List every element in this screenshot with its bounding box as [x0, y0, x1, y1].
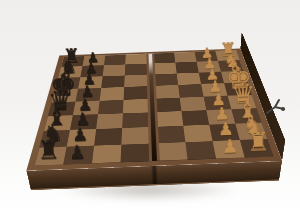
square-f3: [177, 73, 201, 85]
square-c8: ♝: [44, 115, 73, 131]
square-e7: ♟: [76, 88, 101, 102]
box-front-face: [26, 161, 282, 190]
square-b8: ♞: [40, 130, 70, 147]
square-a5: [120, 143, 148, 162]
piece-wP-h2: ♟: [200, 46, 213, 60]
square-e8: ♚: [52, 89, 78, 103]
square-f5: [124, 75, 147, 88]
square-f6: [101, 75, 125, 88]
board-tilt-wrapper: ♜♟♞♟♝♟♚♟♛♟♝♟♞♟♜♟ ♟♜♟♞♟♝♟♚♟♛♟♝♟♞♟♜: [0, 0, 300, 215]
square-b7: ♟: [67, 129, 96, 146]
square-b1: ♞: [236, 123, 268, 140]
square-e3: [178, 84, 203, 97]
square-e1: ♚: [224, 82, 251, 95]
square-e4: [156, 85, 181, 98]
square-c7: ♟: [70, 114, 98, 130]
square-b5: [121, 127, 148, 144]
square-f1: ♝: [221, 71, 247, 83]
square-e5: [123, 86, 147, 99]
square-c4: [157, 111, 184, 127]
chess-board: ♜♟♞♟♝♟♚♟♛♟♝♟♞♟♜♟ ♟♜♟♞♟♝♟♚♟♛♟♝♟♞♟♜: [26, 49, 282, 171]
square-a1: ♜: [240, 139, 273, 158]
square-c1: ♝: [231, 108, 261, 124]
square-b4: [158, 126, 186, 143]
square-c6: [96, 113, 123, 129]
square-f8: ♝: [55, 77, 80, 90]
square-d5: [123, 99, 148, 114]
square-a4: [159, 142, 188, 161]
square-a3: [186, 141, 217, 160]
piece-bR-h8: ♜: [63, 46, 81, 66]
square-d6: [98, 100, 124, 115]
square-c5: [122, 112, 148, 128]
square-e2: ♟: [201, 83, 227, 96]
square-f2: ♟: [199, 72, 224, 84]
square-a8: ♜: [35, 147, 67, 166]
fold-seam: ♜♟♞♟♝♟♚♟♛♟♝♟♞♟♜♟ ♟♜♟♞♟♝♟♚♟♛♟♝♟♞♟♜: [35, 50, 274, 165]
square-b6: [94, 128, 122, 145]
square-d7: ♟: [73, 101, 100, 116]
piece-bP-h7: ♟: [87, 50, 100, 64]
square-d3: [180, 97, 207, 111]
perspective-wrapper: ♜♟♞♟♝♟♚♟♛♟♝♟♞♟♜♟ ♟♜♟♞♟♝♟♚♟♛♟♝♟♞♟♜: [14, 0, 284, 171]
board-half-black: ♜♟♞♟♝♟♚♟♛♟♝♟♞♟♜♟: [35, 54, 152, 166]
square-e6: [99, 87, 123, 101]
square-f7: ♟: [78, 76, 102, 89]
square-f4: [155, 73, 179, 85]
piece-wR-h1: ♜: [219, 40, 237, 60]
clasp-hook-icon: [265, 97, 289, 119]
square-a6: [92, 144, 121, 163]
square-d4: [156, 97, 182, 112]
studio-backdrop: ♜♟♞♟♝♟♚♟♛♟♝♟♞♟♜♟ ♟♜♟♞♟♝♟♚♟♛♟♝♟♞♟♜: [0, 0, 300, 215]
square-b3: [184, 125, 213, 142]
square-c3: [182, 110, 210, 126]
square-c2: ♟: [207, 109, 236, 125]
square-d2: ♟: [204, 96, 232, 110]
square-d1: ♛: [228, 95, 257, 109]
square-a7: ♟: [63, 146, 94, 165]
square-d8: ♛: [48, 101, 76, 116]
